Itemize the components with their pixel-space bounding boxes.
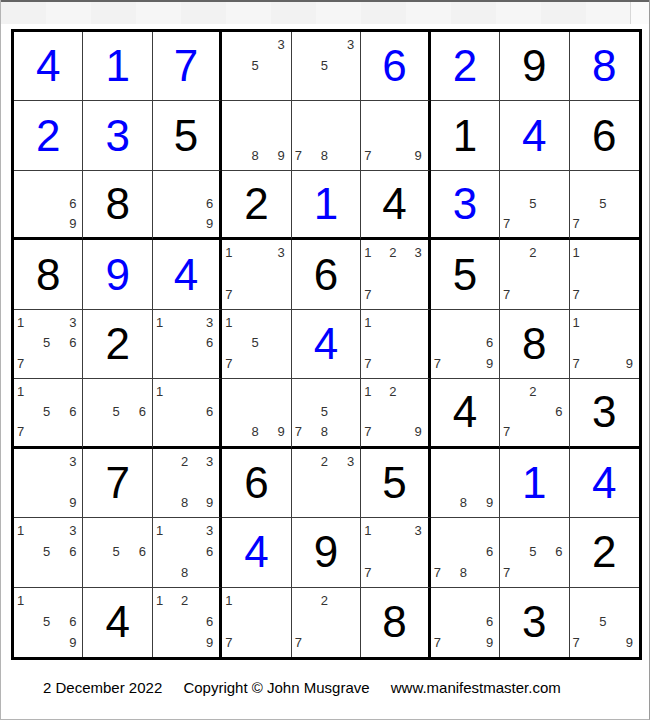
cell-r6c9[interactable]: 3 — [570, 379, 639, 448]
candidate-digit: 3 — [57, 520, 77, 541]
cell-r6c1[interactable]: 1567 — [14, 379, 83, 448]
given-digit: 2 — [592, 530, 616, 574]
given-digit: 5 — [453, 253, 477, 297]
candidate-digit: 2 — [175, 590, 194, 611]
candidate-digit: 5 — [37, 401, 57, 421]
candidate-grid: 1269 — [153, 588, 219, 657]
candidate-digit: 3 — [57, 451, 77, 472]
cell-r5c5[interactable]: 4 — [292, 310, 361, 379]
cell-r2c5[interactable]: 78 — [292, 101, 361, 170]
candidate-grid: 79 — [361, 101, 427, 169]
candidate-digit: 1 — [17, 590, 37, 611]
cell-r4c8[interactable]: 27 — [500, 240, 569, 309]
candidate-digit: 9 — [613, 353, 633, 374]
candidate-digit: 9 — [194, 632, 213, 653]
candidate-digit: 1 — [156, 590, 175, 611]
candidate-digit: 3 — [57, 312, 77, 333]
candidate-digit: 6 — [57, 333, 77, 354]
candidate-grid: 567 — [500, 518, 568, 586]
candidate-digit: 8 — [453, 562, 473, 583]
candidate-grid: 35 — [292, 32, 360, 100]
candidate-grid: 89 — [222, 379, 290, 445]
candidate-grid: 1368 — [153, 518, 219, 586]
candidate-digit: 7 — [434, 562, 454, 583]
candidate-grid: 69 — [14, 171, 82, 237]
cell-r9c9[interactable]: 579 — [570, 588, 639, 657]
cell-r5c7[interactable]: 679 — [431, 310, 500, 379]
solved-digit: 4 — [36, 44, 60, 88]
candidate-digit: 7 — [295, 422, 315, 442]
candidate-digit: 7 — [364, 422, 383, 442]
cell-r8c9[interactable]: 2 — [570, 518, 639, 587]
cell-r1c4[interactable]: 35 — [222, 32, 291, 101]
given-digit: 8 — [105, 182, 129, 226]
candidate-digit: 7 — [503, 422, 523, 442]
cell-r3c5[interactable]: 1 — [292, 171, 361, 240]
given-digit: 5 — [174, 114, 198, 158]
solved-digit: 1 — [105, 44, 129, 88]
cell-r1c6[interactable]: 6 — [361, 32, 430, 101]
cell-r9c5[interactable]: 27 — [292, 588, 361, 657]
candidate-grid: 56 — [83, 379, 151, 445]
candidate-digit: 1 — [225, 590, 245, 611]
cell-r1c8[interactable]: 9 — [500, 32, 569, 101]
solved-digit: 4 — [244, 530, 268, 574]
cell-r1c3[interactable]: 7 — [153, 32, 222, 101]
cell-r6c2[interactable]: 56 — [83, 379, 152, 448]
candidate-grid: 136 — [153, 310, 219, 378]
candidate-grid: 157 — [222, 310, 290, 378]
cell-r8c8[interactable]: 567 — [500, 518, 569, 587]
given-digit: 2 — [105, 322, 129, 366]
candidate-digit: 1 — [156, 520, 175, 541]
candidate-grid: 27 — [292, 588, 360, 657]
candidate-digit: 3 — [265, 242, 285, 263]
given-digit: 4 — [453, 390, 477, 434]
cell-r9c7[interactable]: 679 — [431, 588, 500, 657]
candidate-digit: 5 — [245, 55, 265, 76]
cell-r2c2[interactable]: 3 — [83, 101, 152, 170]
candidate-digit: 9 — [57, 632, 77, 653]
cell-r3c7[interactable]: 3 — [431, 171, 500, 240]
cell-r8c1[interactable]: 1356 — [14, 518, 83, 587]
candidate-digit: 3 — [403, 520, 422, 541]
solved-digit: 3 — [453, 182, 477, 226]
cell-r6c8[interactable]: 267 — [500, 379, 569, 448]
given-digit: 8 — [522, 322, 546, 366]
candidate-grid: 1237 — [361, 240, 427, 308]
candidate-grid: 56 — [83, 518, 151, 586]
candidate-grid: 179 — [570, 310, 639, 378]
cell-r8c2[interactable]: 56 — [83, 518, 152, 587]
scrollbar-corner — [630, 2, 649, 24]
cell-r9c2[interactable]: 4 — [83, 588, 152, 657]
candidate-digit: 6 — [126, 401, 146, 421]
candidate-digit: 3 — [403, 242, 422, 263]
cell-r3c6[interactable]: 4 — [361, 171, 430, 240]
candidate-digit: 5 — [37, 541, 57, 562]
candidate-digit: 1 — [156, 381, 175, 401]
given-digit: 4 — [105, 600, 129, 644]
candidate-digit: 1 — [156, 312, 175, 333]
candidate-digit: 7 — [573, 632, 593, 653]
solved-digit: 9 — [105, 253, 129, 297]
solved-digit: 2 — [36, 114, 60, 158]
given-digit: 6 — [244, 461, 268, 505]
given-digit: 4 — [382, 182, 406, 226]
candidate-digit: 1 — [573, 312, 593, 333]
candidate-digit: 1 — [364, 312, 383, 333]
candidate-digit: 7 — [225, 353, 245, 374]
candidate-digit: 7 — [503, 562, 523, 583]
candidate-digit: 3 — [265, 34, 285, 55]
candidate-digit: 3 — [334, 451, 354, 472]
cell-r4c3[interactable]: 4 — [153, 240, 222, 309]
candidate-digit: 1 — [364, 520, 383, 541]
cell-r2c8[interactable]: 4 — [500, 101, 569, 170]
cell-r1c9[interactable]: 8 — [570, 32, 639, 101]
candidate-digit: 2 — [383, 242, 402, 263]
candidate-grid: 16 — [153, 379, 219, 445]
given-digit: 3 — [592, 390, 616, 434]
candidate-digit: 6 — [543, 541, 563, 562]
candidate-grid: 89 — [431, 449, 499, 517]
given-digit: 1 — [453, 114, 477, 158]
cell-r8c3[interactable]: 1368 — [153, 518, 222, 587]
solved-digit: 4 — [522, 114, 546, 158]
cell-r9c6[interactable]: 8 — [361, 588, 430, 657]
candidate-digit: 7 — [17, 422, 37, 442]
candidate-grid: 89 — [222, 101, 290, 169]
cell-r1c7[interactable]: 2 — [431, 32, 500, 101]
cell-r6c4[interactable]: 89 — [222, 379, 291, 448]
candidate-grid: 2389 — [153, 449, 219, 517]
given-digit: 9 — [314, 530, 338, 574]
candidate-digit: 9 — [473, 632, 493, 653]
candidate-digit: 7 — [573, 213, 593, 233]
candidate-digit: 8 — [175, 492, 194, 513]
candidate-digit: 5 — [37, 333, 57, 354]
candidate-grid: 57 — [500, 171, 568, 237]
cell-r6c3[interactable]: 16 — [153, 379, 222, 448]
cell-r9c1[interactable]: 1569 — [14, 588, 83, 657]
candidate-digit: 6 — [57, 193, 77, 213]
cell-r8c6[interactable]: 137 — [361, 518, 430, 587]
candidate-grid: 578 — [292, 379, 360, 445]
solved-digit: 4 — [174, 253, 198, 297]
candidate-grid: 23 — [292, 449, 360, 517]
solved-digit: 4 — [314, 322, 338, 366]
solved-digit: 6 — [382, 44, 406, 88]
solved-digit: 3 — [105, 114, 129, 158]
candidate-grid: 679 — [431, 588, 499, 657]
cell-r8c5[interactable]: 9 — [292, 518, 361, 587]
candidate-digit: 2 — [315, 451, 335, 472]
candidate-digit: 9 — [194, 213, 213, 233]
candidate-digit: 8 — [315, 145, 335, 166]
candidate-digit: 3 — [334, 34, 354, 55]
cell-r8c4[interactable]: 4 — [222, 518, 291, 587]
candidate-digit: 6 — [194, 401, 213, 421]
candidate-digit: 5 — [245, 333, 265, 354]
cell-r7c6[interactable]: 5 — [361, 449, 430, 518]
candidate-digit: 8 — [245, 145, 265, 166]
cell-r4c7[interactable]: 5 — [431, 240, 500, 309]
candidate-grid: 57 — [570, 171, 639, 237]
candidate-digit: 9 — [403, 145, 422, 166]
candidate-digit: 6 — [473, 611, 493, 632]
candidate-digit: 6 — [126, 541, 146, 562]
candidate-digit: 8 — [453, 492, 473, 513]
cell-r7c7[interactable]: 89 — [431, 449, 500, 518]
candidate-digit: 7 — [364, 562, 383, 583]
cell-r5c3[interactable]: 136 — [153, 310, 222, 379]
footer-website: www.manifestmaster.com — [391, 679, 561, 696]
cell-r4c5[interactable]: 6 — [292, 240, 361, 309]
given-digit: 8 — [36, 253, 60, 297]
cell-r3c4[interactable]: 2 — [222, 171, 291, 240]
cell-r3c2[interactable]: 8 — [83, 171, 152, 240]
cell-r5c1[interactable]: 13567 — [14, 310, 83, 379]
cell-r4c6[interactable]: 1237 — [361, 240, 430, 309]
candidate-digit: 9 — [403, 422, 422, 442]
candidate-grid: 579 — [570, 588, 639, 657]
candidate-digit: 6 — [194, 541, 213, 562]
candidate-grid: 13567 — [14, 310, 82, 378]
cell-r9c4[interactable]: 17 — [222, 588, 291, 657]
candidate-digit: 6 — [57, 401, 77, 421]
candidate-digit: 1 — [17, 312, 37, 333]
candidate-digit: 1 — [17, 520, 37, 541]
candidate-grid: 137 — [361, 518, 427, 586]
candidate-grid: 1356 — [14, 518, 82, 586]
candidate-digit: 2 — [383, 381, 402, 401]
candidate-digit: 5 — [593, 193, 613, 213]
candidate-digit: 6 — [194, 333, 213, 354]
candidate-digit: 7 — [434, 353, 454, 374]
cell-r7c1[interactable]: 39 — [14, 449, 83, 518]
candidate-digit: 3 — [194, 451, 213, 472]
candidate-digit: 1 — [573, 242, 593, 263]
cell-r3c3[interactable]: 69 — [153, 171, 222, 240]
cell-r4c9[interactable]: 17 — [570, 240, 639, 309]
cell-r2c6[interactable]: 79 — [361, 101, 430, 170]
candidate-digit: 2 — [175, 451, 194, 472]
candidate-digit: 7 — [225, 632, 245, 653]
solved-digit: 4 — [592, 461, 616, 505]
candidate-digit: 5 — [523, 541, 543, 562]
given-digit: 2 — [244, 182, 268, 226]
candidate-digit: 7 — [503, 213, 523, 233]
candidate-digit: 6 — [473, 333, 493, 354]
candidate-grid: 17 — [570, 240, 639, 308]
candidate-digit: 1 — [225, 312, 245, 333]
candidate-grid: 267 — [500, 379, 568, 445]
candidate-digit: 7 — [17, 353, 37, 374]
candidate-digit: 8 — [175, 562, 194, 583]
candidate-digit: 7 — [225, 284, 245, 305]
candidate-grid: 678 — [431, 518, 499, 586]
cell-r5c8[interactable]: 8 — [500, 310, 569, 379]
candidate-digit: 8 — [315, 422, 335, 442]
candidate-digit: 7 — [364, 145, 383, 166]
candidate-digit: 6 — [194, 611, 213, 632]
cell-r2c7[interactable]: 1 — [431, 101, 500, 170]
given-digit: 6 — [314, 253, 338, 297]
cell-r7c2[interactable]: 7 — [83, 449, 152, 518]
cell-r9c8[interactable]: 3 — [500, 588, 569, 657]
cell-r5c2[interactable]: 2 — [83, 310, 152, 379]
cell-r2c1[interactable]: 2 — [14, 101, 83, 170]
given-digit: 9 — [522, 44, 546, 88]
candidate-digit: 6 — [194, 193, 213, 213]
solved-digit: 7 — [174, 44, 198, 88]
cell-r4c4[interactable]: 137 — [222, 240, 291, 309]
candidate-grid: 39 — [14, 449, 82, 517]
candidate-grid: 78 — [292, 101, 360, 169]
page: 4173535629823589787914669869214357578941… — [0, 0, 650, 720]
candidate-digit: 5 — [523, 193, 543, 213]
footer-copyright: Copyright © John Musgrave — [183, 679, 369, 696]
cell-r6c6[interactable]: 1279 — [361, 379, 430, 448]
given-digit: 7 — [105, 461, 129, 505]
solved-digit: 8 — [592, 44, 616, 88]
footer-date: 2 December 2022 — [43, 679, 162, 696]
cell-r6c5[interactable]: 578 — [292, 379, 361, 448]
candidate-grid: 137 — [222, 240, 290, 308]
cell-r3c8[interactable]: 57 — [500, 171, 569, 240]
cell-r1c1[interactable]: 4 — [14, 32, 83, 101]
candidate-grid: 35 — [222, 32, 290, 100]
candidate-digit: 5 — [315, 401, 335, 421]
sudoku-board: 4173535629823589787914669869214357578941… — [11, 29, 642, 660]
candidate-digit: 9 — [473, 353, 493, 374]
candidate-digit: 7 — [364, 284, 383, 305]
candidate-digit: 5 — [315, 55, 335, 76]
candidate-grid: 1569 — [14, 588, 82, 657]
cell-r8c7[interactable]: 678 — [431, 518, 500, 587]
cell-r7c3[interactable]: 2389 — [153, 449, 222, 518]
given-digit: 3 — [522, 600, 546, 644]
candidate-digit: 9 — [473, 492, 493, 513]
cell-r2c3[interactable]: 5 — [153, 101, 222, 170]
cell-r4c1[interactable]: 8 — [14, 240, 83, 309]
candidate-digit: 3 — [194, 312, 213, 333]
candidate-digit: 6 — [543, 401, 563, 421]
candidate-digit: 2 — [523, 242, 543, 263]
cell-r3c1[interactable]: 69 — [14, 171, 83, 240]
cell-r1c2[interactable]: 1 — [83, 32, 152, 101]
candidate-digit: 6 — [57, 611, 77, 632]
candidate-digit: 9 — [265, 422, 285, 442]
candidate-grid: 69 — [153, 171, 219, 237]
cell-r7c4[interactable]: 6 — [222, 449, 291, 518]
cell-r5c9[interactable]: 179 — [570, 310, 639, 379]
cell-r4c2[interactable]: 9 — [83, 240, 152, 309]
cell-r7c5[interactable]: 23 — [292, 449, 361, 518]
candidate-digit: 9 — [57, 213, 77, 233]
candidate-digit: 1 — [225, 242, 245, 263]
cell-r2c9[interactable]: 6 — [570, 101, 639, 170]
candidate-grid: 1279 — [361, 379, 427, 445]
cell-r9c3[interactable]: 1269 — [153, 588, 222, 657]
cell-r7c9[interactable]: 4 — [570, 449, 639, 518]
cell-r3c9[interactable]: 57 — [570, 171, 639, 240]
candidate-grid: 17 — [222, 588, 290, 657]
candidate-digit: 2 — [315, 590, 335, 611]
candidate-digit: 9 — [194, 492, 213, 513]
candidate-digit: 7 — [503, 284, 523, 305]
candidate-grid: 17 — [361, 310, 427, 378]
cell-r7c8[interactable]: 1 — [500, 449, 569, 518]
cell-r5c4[interactable]: 157 — [222, 310, 291, 379]
candidate-grid: 1567 — [14, 379, 82, 445]
candidate-digit: 7 — [573, 353, 593, 374]
candidate-digit: 9 — [57, 492, 77, 513]
candidate-digit: 7 — [364, 353, 383, 374]
candidate-digit: 1 — [17, 381, 37, 401]
candidate-digit: 7 — [295, 632, 315, 653]
solved-digit: 1 — [522, 461, 546, 505]
footer: 2 December 2022 Copyright © John Musgrav… — [43, 679, 649, 696]
candidate-digit: 7 — [573, 284, 593, 305]
candidate-grid: 27 — [500, 240, 568, 308]
candidate-grid: 679 — [431, 310, 499, 378]
cell-r2c4[interactable]: 89 — [222, 101, 291, 170]
window-top-bar — [1, 0, 649, 24]
solved-digit: 2 — [453, 44, 477, 88]
candidate-digit: 9 — [613, 632, 633, 653]
candidate-digit: 7 — [295, 145, 315, 166]
cell-r5c6[interactable]: 17 — [361, 310, 430, 379]
candidate-digit: 2 — [523, 381, 543, 401]
cell-r6c7[interactable]: 4 — [431, 379, 500, 448]
cell-r1c5[interactable]: 35 — [292, 32, 361, 101]
candidate-digit: 5 — [593, 611, 613, 632]
candidate-digit: 1 — [364, 242, 383, 263]
candidate-digit: 1 — [364, 381, 383, 401]
candidate-digit: 7 — [434, 632, 454, 653]
solved-digit: 1 — [314, 182, 338, 226]
given-digit: 6 — [592, 114, 616, 158]
given-digit: 5 — [382, 461, 406, 505]
candidate-digit: 6 — [473, 541, 493, 562]
candidate-digit: 5 — [37, 611, 57, 632]
candidate-digit: 6 — [57, 541, 77, 562]
candidate-digit: 3 — [194, 520, 213, 541]
given-digit: 8 — [382, 600, 406, 644]
candidate-digit: 9 — [265, 145, 285, 166]
candidate-digit: 5 — [106, 401, 126, 421]
candidate-digit: 8 — [245, 422, 265, 442]
candidate-digit: 5 — [106, 541, 126, 562]
